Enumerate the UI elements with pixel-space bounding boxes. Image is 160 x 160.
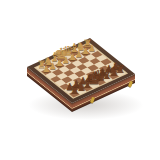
chess-set-photo: ♜♞♝♛♚♝♞♜♟♟♟♟♟♟♟♟♟♟♟♟♟♟♟♟♜♞♝♛♚♝♞♜: [0, 0, 160, 160]
